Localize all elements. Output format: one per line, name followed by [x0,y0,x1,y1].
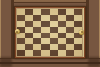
checkerboard [14,6,86,59]
board-square [66,50,74,56]
table-bottom-left-shadow [0,57,12,67]
board-grid [17,9,82,56]
brass-knob-left [15,29,20,34]
table-frame-bottom [0,58,100,67]
board-square [17,50,25,56]
board-square [58,50,66,56]
table-bottom-right-shadow [88,57,100,67]
game-table-photo [0,0,100,67]
brass-knob-right [79,30,84,35]
board-square [50,50,58,56]
board-square [33,50,41,56]
board-square [41,50,49,56]
board-square [74,50,82,56]
knob-pin [16,31,18,33]
knob-pin [81,31,83,33]
board-square [25,50,33,56]
